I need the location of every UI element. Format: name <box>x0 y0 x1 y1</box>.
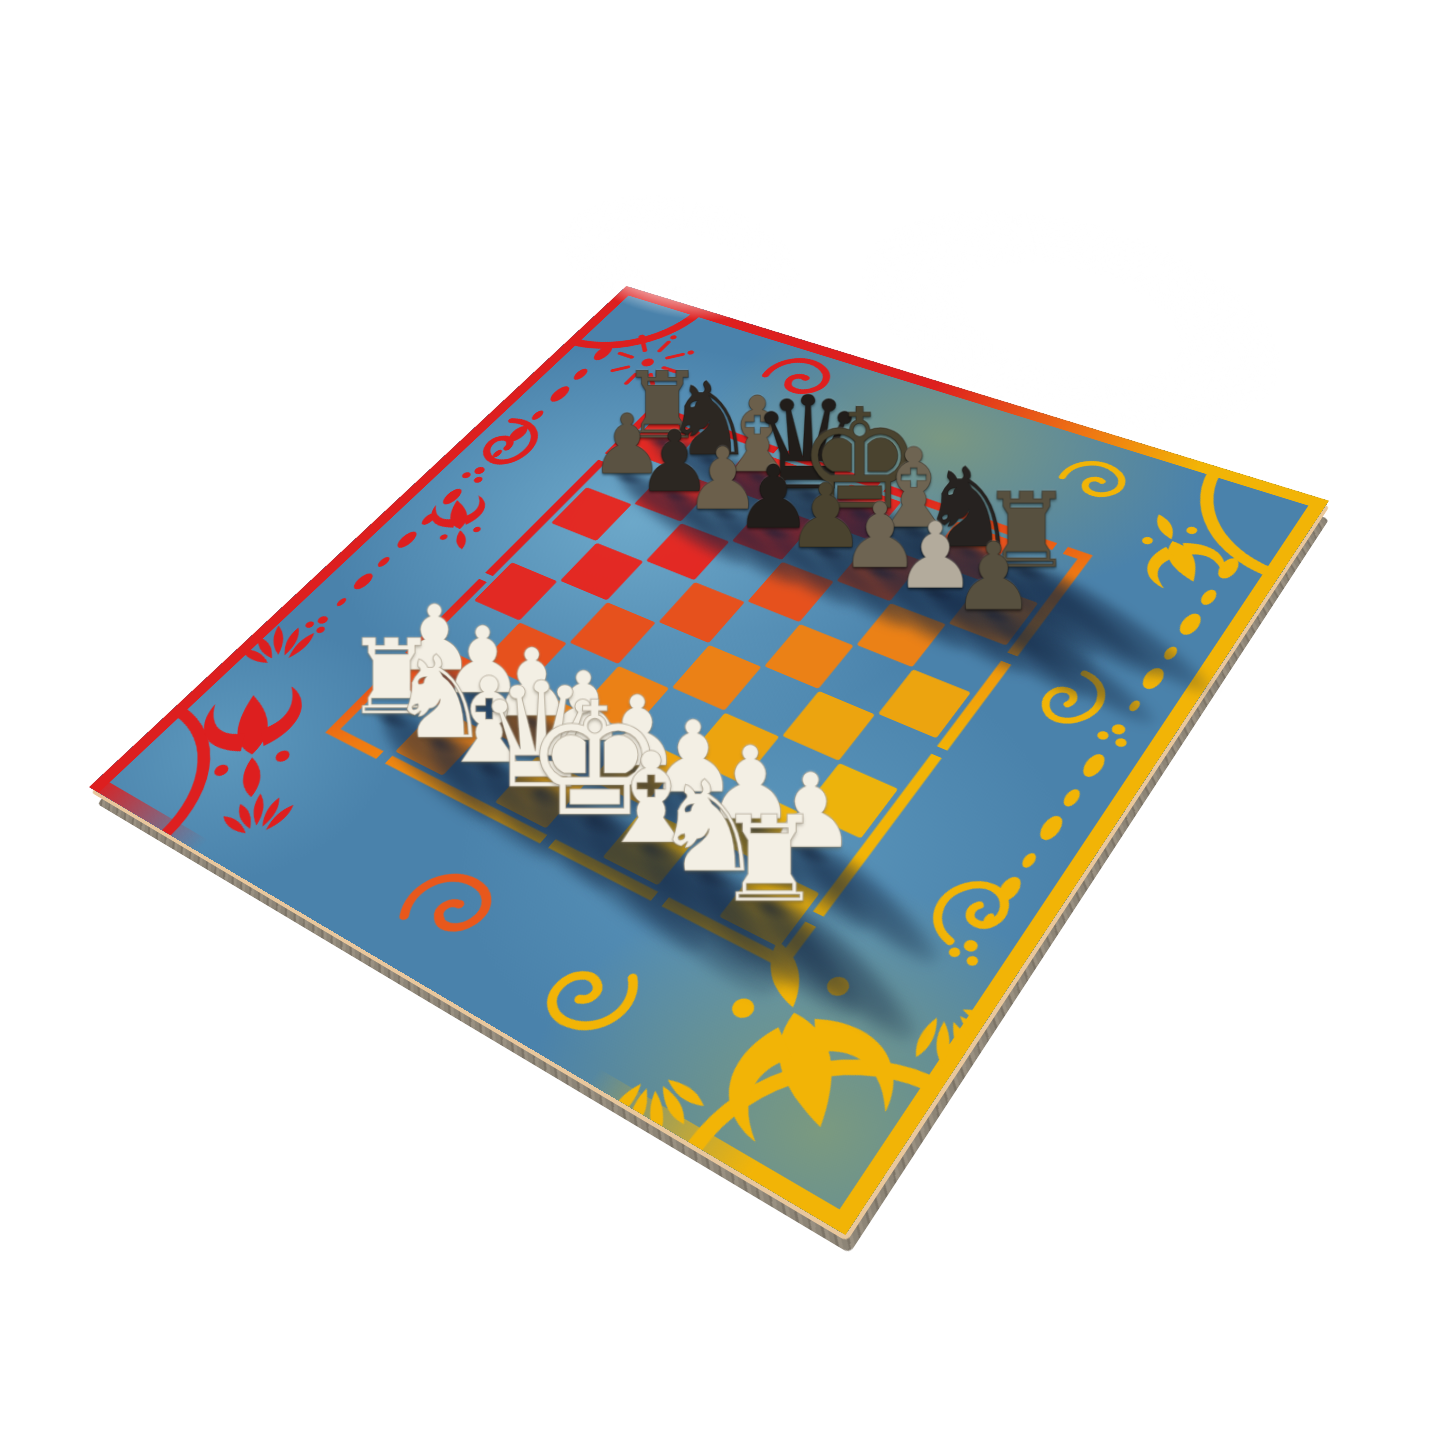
board-square <box>658 582 744 643</box>
red-orange-curl <box>389 854 509 950</box>
board-square <box>764 624 854 689</box>
board-square <box>560 543 643 601</box>
scene: ♜♞♝♛♚♝♞♜♟♟♟♟♟♟♟♟♟♟♟♟♟♟♟♟♜♞♝♛♚♝♞♜ <box>0 0 1445 1445</box>
photo-background: { "game": { "name": "chess", "presentati… <box>0 0 1445 1445</box>
